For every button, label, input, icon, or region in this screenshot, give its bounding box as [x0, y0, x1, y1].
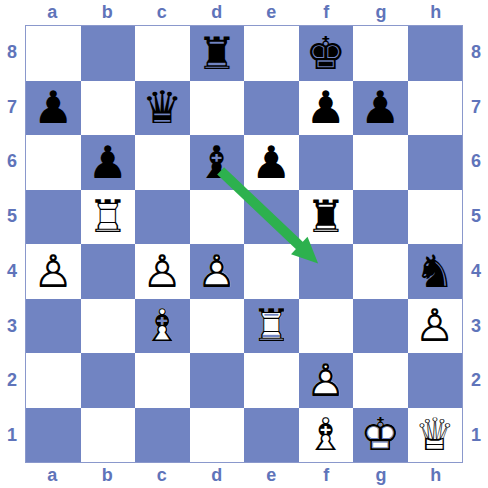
- square-b7[interactable]: [81, 81, 136, 136]
- square-a7[interactable]: ♟: [26, 81, 81, 136]
- piece-black-pawn[interactable]: ♟: [244, 135, 299, 190]
- rank-label-6: 6: [464, 135, 488, 190]
- square-h7[interactable]: [408, 81, 463, 136]
- square-f4[interactable]: [299, 244, 354, 299]
- piece-black-pawn[interactable]: ♟: [26, 81, 81, 136]
- piece-white-pawn[interactable]: ♟♙: [26, 244, 81, 299]
- piece-white-king[interactable]: ♚♔: [353, 408, 408, 463]
- file-label-c: c: [135, 463, 190, 488]
- rank-label-4: 4: [464, 244, 488, 299]
- file-label-e: e: [244, 0, 299, 24]
- white-piece-outline: ♖: [244, 299, 299, 354]
- square-f6[interactable]: [299, 135, 354, 190]
- white-piece-outline: ♙: [408, 299, 463, 354]
- square-b5[interactable]: ♜♖: [81, 190, 136, 245]
- piece-black-rook[interactable]: ♜: [299, 190, 354, 245]
- piece-black-pawn[interactable]: ♟: [299, 81, 354, 136]
- square-a3[interactable]: [26, 299, 81, 354]
- piece-black-knight[interactable]: ♞: [408, 244, 463, 299]
- rank-labels-left: 8 7 6 5 4 3 2 1: [0, 25, 24, 463]
- square-b3[interactable]: [81, 299, 136, 354]
- square-b2[interactable]: [81, 353, 136, 408]
- square-e6[interactable]: ♟: [244, 135, 299, 190]
- square-a5[interactable]: [26, 190, 81, 245]
- square-c4[interactable]: ♟♙: [135, 244, 190, 299]
- square-g8[interactable]: [353, 26, 408, 81]
- piece-white-pawn[interactable]: ♟♙: [190, 244, 245, 299]
- square-g2[interactable]: [353, 353, 408, 408]
- file-label-g: g: [354, 463, 409, 488]
- square-f5[interactable]: ♜: [299, 190, 354, 245]
- piece-white-pawn[interactable]: ♟♙: [408, 299, 463, 354]
- rank-label-4: 4: [0, 244, 24, 299]
- square-b4[interactable]: [81, 244, 136, 299]
- square-h4[interactable]: ♞: [408, 244, 463, 299]
- rank-label-2: 2: [464, 354, 488, 409]
- square-d8[interactable]: ♜: [190, 26, 245, 81]
- square-e4[interactable]: [244, 244, 299, 299]
- rank-label-7: 7: [0, 80, 24, 135]
- piece-white-queen[interactable]: ♛♕: [408, 408, 463, 463]
- rank-label-8: 8: [464, 25, 488, 80]
- white-piece-outline: ♗: [135, 299, 190, 354]
- piece-black-bishop[interactable]: ♝: [190, 135, 245, 190]
- file-labels-top: a b c d e f g h: [25, 0, 463, 24]
- white-piece-outline: ♗: [299, 408, 354, 463]
- file-label-h: h: [408, 463, 463, 488]
- square-h3[interactable]: ♟♙: [408, 299, 463, 354]
- square-g3[interactable]: [353, 299, 408, 354]
- file-labels-bottom: a b c d e f g h: [25, 463, 463, 488]
- square-d7[interactable]: [190, 81, 245, 136]
- rank-label-5: 5: [464, 189, 488, 244]
- rank-labels-right: 8 7 6 5 4 3 2 1: [464, 25, 488, 463]
- piece-white-rook[interactable]: ♜♖: [81, 190, 136, 245]
- square-b8[interactable]: [81, 26, 136, 81]
- square-f1[interactable]: ♝♗: [299, 408, 354, 463]
- square-h1[interactable]: ♛♕: [408, 408, 463, 463]
- square-d5[interactable]: [190, 190, 245, 245]
- square-c7[interactable]: ♛: [135, 81, 190, 136]
- square-d3[interactable]: [190, 299, 245, 354]
- white-piece-outline: ♔: [353, 408, 408, 463]
- square-e8[interactable]: [244, 26, 299, 81]
- rank-label-2: 2: [0, 354, 24, 409]
- square-e7[interactable]: [244, 81, 299, 136]
- file-label-e: e: [244, 463, 299, 488]
- piece-white-bishop[interactable]: ♝♗: [135, 299, 190, 354]
- rank-label-7: 7: [464, 80, 488, 135]
- square-a8[interactable]: [26, 26, 81, 81]
- square-d2[interactable]: [190, 353, 245, 408]
- square-c2[interactable]: [135, 353, 190, 408]
- rank-label-1: 1: [464, 408, 488, 463]
- rank-label-8: 8: [0, 25, 24, 80]
- square-h6[interactable]: [408, 135, 463, 190]
- square-a6[interactable]: [26, 135, 81, 190]
- rank-label-3: 3: [0, 299, 24, 354]
- square-a2[interactable]: [26, 353, 81, 408]
- square-f7[interactable]: ♟: [299, 81, 354, 136]
- square-g7[interactable]: ♟: [353, 81, 408, 136]
- piece-black-rook[interactable]: ♜: [190, 26, 245, 81]
- square-c1[interactable]: [135, 408, 190, 463]
- square-f8[interactable]: ♚: [299, 26, 354, 81]
- white-piece-outline: ♙: [26, 244, 81, 299]
- file-label-f: f: [299, 0, 354, 24]
- square-e1[interactable]: [244, 408, 299, 463]
- white-piece-outline: ♕: [408, 408, 463, 463]
- rank-label-1: 1: [0, 408, 24, 463]
- square-f3[interactable]: [299, 299, 354, 354]
- square-d4[interactable]: ♟♙: [190, 244, 245, 299]
- square-h8[interactable]: [408, 26, 463, 81]
- square-d1[interactable]: [190, 408, 245, 463]
- rank-label-6: 6: [0, 135, 24, 190]
- piece-black-pawn[interactable]: ♟: [353, 81, 408, 136]
- square-a4[interactable]: ♟♙: [26, 244, 81, 299]
- white-piece-outline: ♖: [81, 190, 136, 245]
- square-c6[interactable]: [135, 135, 190, 190]
- square-g1[interactable]: ♚♔: [353, 408, 408, 463]
- chessboard-container: a b c d e f g h 8 7 6 5 4 3 2 1 ♜♚♟♛♟♟♟♝…: [0, 0, 488, 488]
- file-label-a: a: [25, 0, 80, 24]
- square-e2[interactable]: [244, 353, 299, 408]
- file-label-f: f: [299, 463, 354, 488]
- square-d6[interactable]: ♝: [190, 135, 245, 190]
- square-h2[interactable]: [408, 353, 463, 408]
- square-g5[interactable]: [353, 190, 408, 245]
- file-label-a: a: [25, 463, 80, 488]
- board: ♜♚♟♛♟♟♟♝♟♜♖♜♟♙♟♙♟♙♞♝♗♜♖♟♙♟♙♝♗♚♔♛♕: [25, 25, 463, 463]
- rank-label-3: 3: [464, 299, 488, 354]
- piece-black-queen[interactable]: ♛: [135, 81, 190, 136]
- white-piece-outline: ♙: [299, 353, 354, 408]
- piece-white-pawn[interactable]: ♟♙: [299, 353, 354, 408]
- square-b1[interactable]: [81, 408, 136, 463]
- file-label-d: d: [189, 0, 244, 24]
- file-label-g: g: [354, 0, 409, 24]
- square-b6[interactable]: ♟: [81, 135, 136, 190]
- white-piece-outline: ♙: [135, 244, 190, 299]
- square-e3[interactable]: ♜♖: [244, 299, 299, 354]
- piece-white-bishop[interactable]: ♝♗: [299, 408, 354, 463]
- piece-black-pawn[interactable]: ♟: [81, 135, 136, 190]
- square-c3[interactable]: ♝♗: [135, 299, 190, 354]
- square-h5[interactable]: [408, 190, 463, 245]
- white-piece-outline: ♙: [190, 244, 245, 299]
- piece-white-pawn[interactable]: ♟♙: [135, 244, 190, 299]
- square-c5[interactable]: [135, 190, 190, 245]
- file-label-b: b: [80, 463, 135, 488]
- square-e5[interactable]: [244, 190, 299, 245]
- square-f2[interactable]: ♟♙: [299, 353, 354, 408]
- rank-label-5: 5: [0, 189, 24, 244]
- piece-white-rook[interactable]: ♜♖: [244, 299, 299, 354]
- square-g4[interactable]: [353, 244, 408, 299]
- square-g6[interactable]: [353, 135, 408, 190]
- file-label-d: d: [189, 463, 244, 488]
- file-label-h: h: [408, 0, 463, 24]
- square-c8[interactable]: [135, 26, 190, 81]
- file-label-c: c: [135, 0, 190, 24]
- file-label-b: b: [80, 0, 135, 24]
- square-a1[interactable]: [26, 408, 81, 463]
- piece-black-king[interactable]: ♚: [299, 26, 354, 81]
